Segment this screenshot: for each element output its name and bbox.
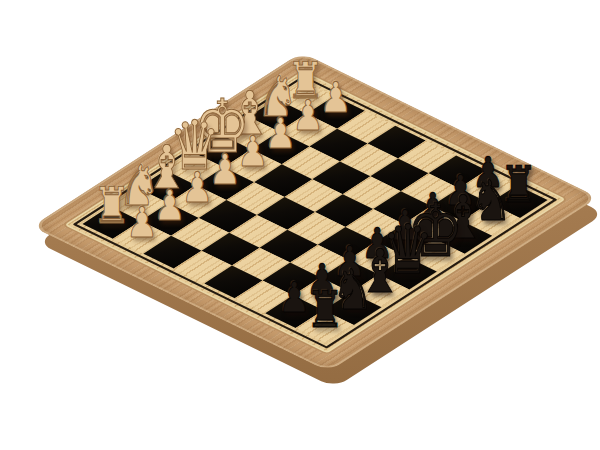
board-grid: ♜♟♟♜♞♟♟♞♝♟♟♝♚♟♟♚♛♟♟♛♝♟♟♝♞♟♟♞♜♟♟♜ — [82, 81, 547, 343]
board-inlay: ♜♟♟♜♞♟♟♞♝♟♟♝♚♟♟♚♛♟♟♛♝♟♟♝♞♟♟♞♜♟♟♜ — [67, 72, 563, 352]
piece-black-rook[interactable]: ♜ — [302, 285, 347, 335]
piece-white-pawn[interactable]: ♟ — [123, 202, 161, 244]
chess-product-photo: ♜♟♟♜♞♟♟♞♝♟♟♝♚♟♟♚♛♟♟♛♝♟♟♝♞♟♟♞♜♟♟♜ — [0, 0, 600, 450]
chess-board: ♜♟♟♜♞♟♟♞♝♟♟♝♚♟♟♚♛♟♟♛♝♟♟♝♞♟♟♞♜♟♟♜ — [31, 52, 598, 371]
